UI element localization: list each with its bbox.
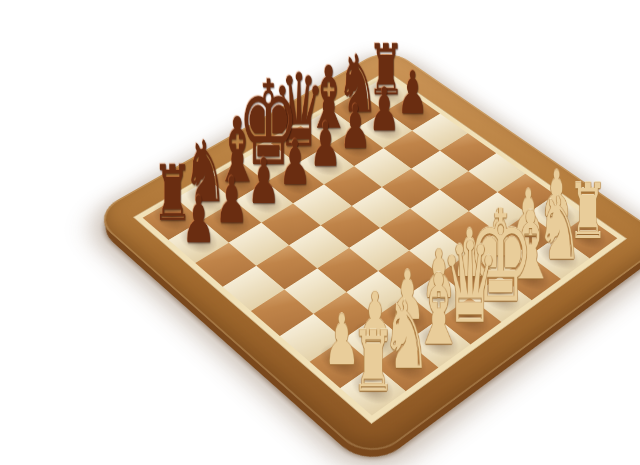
chess-board-grid: ♜♟♟♜♞♟♟♞♝♟♟♝♛♟♟♚♚♟♟♛♝♟♟♝♞♟♟♞♜♟♟♜ [143,76,618,415]
chess-set-photo: Overhead angled photo of a wooden chess … [40,16,640,465]
chess-board: ♜♟♟♜♞♟♟♞♝♟♟♝♛♟♟♚♚♟♟♛♝♟♟♝♞♟♟♞♜♟♟♜ [143,76,618,415]
square-e5 [321,206,380,248]
